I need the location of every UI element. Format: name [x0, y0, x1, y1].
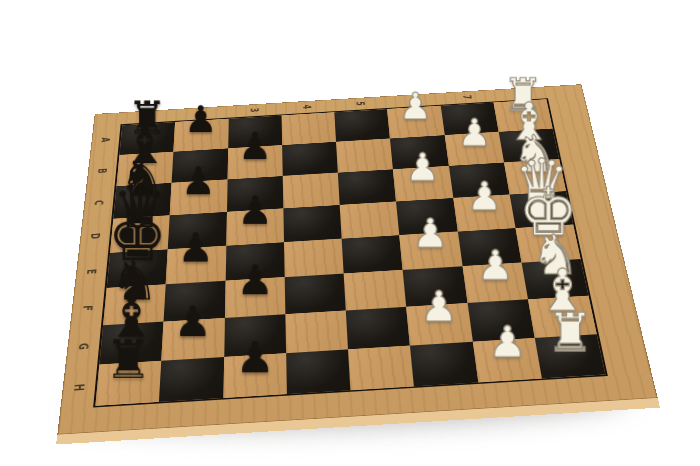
square-b3[interactable]: ♟ — [227, 145, 282, 179]
file-label-text-a: A — [99, 137, 112, 143]
black-pawn-b3[interactable]: ♟ — [221, 127, 289, 165]
white-rook-h8[interactable]: ♜ — [531, 306, 609, 359]
square-f3[interactable]: ♟ — [224, 277, 285, 318]
chess-board: 12345678 ABCDEFGH ♜♟♟♜♝♟♟♝♞♟♟♞♛♟♟♛♚♟♟♚♞♟… — [56, 84, 660, 444]
white-pawn-e6[interactable]: ♟ — [394, 213, 467, 253]
square-h4[interactable] — [286, 349, 351, 394]
rank-label-text-7: 7 — [460, 95, 473, 100]
square-d5[interactable] — [340, 201, 400, 238]
square-c6[interactable]: ♟ — [393, 166, 453, 202]
file-label-text-h: H — [71, 383, 87, 391]
black-pawn-f3[interactable]: ♟ — [218, 259, 292, 300]
rank-label-text-1: 1 — [141, 114, 154, 119]
board-grid: ♜♟♟♜♝♟♟♝♞♟♟♞♛♟♟♛♚♟♟♚♞♟♟♞♝♟♟♝♜♟♟♜ — [93, 98, 608, 407]
chess-board-scene: 12345678 ABCDEFGH ♜♟♟♜♝♟♟♝♞♟♟♞♛♟♟♛♚♟♟♚♞♟… — [56, 84, 660, 444]
rank-label-text-2: 2 — [195, 111, 208, 116]
rank-label-text-5: 5 — [354, 101, 367, 106]
square-h3[interactable]: ♟ — [223, 353, 287, 398]
square-d3[interactable]: ♟ — [226, 208, 284, 245]
square-g4[interactable] — [285, 311, 348, 354]
square-d4[interactable] — [283, 205, 342, 242]
square-a4[interactable] — [281, 112, 336, 145]
black-rook-h1[interactable]: ♜ — [90, 333, 168, 386]
white-pawn-c6[interactable]: ♟ — [388, 148, 457, 187]
square-h5[interactable] — [348, 346, 414, 391]
square-e6[interactable]: ♟ — [399, 231, 462, 270]
square-e4[interactable] — [284, 238, 344, 277]
square-c2[interactable]: ♟ — [170, 179, 227, 215]
rank-label-text-6: 6 — [407, 98, 420, 103]
rank-label-text-3: 3 — [248, 108, 261, 113]
rank-label-text-4: 4 — [301, 104, 314, 109]
square-f4[interactable] — [284, 274, 345, 315]
square-h8[interactable]: ♜ — [535, 334, 606, 378]
square-a2[interactable]: ♟ — [174, 119, 229, 152]
black-pawn-d3[interactable]: ♟ — [219, 190, 290, 229]
square-f5[interactable] — [344, 270, 407, 311]
square-c4[interactable] — [282, 173, 339, 209]
square-e2[interactable]: ♟ — [166, 246, 226, 285]
square-g2[interactable]: ♟ — [162, 318, 225, 361]
square-b4[interactable] — [282, 142, 338, 176]
square-b5[interactable] — [336, 138, 393, 172]
square-h2[interactable] — [159, 357, 224, 402]
square-g6[interactable]: ♟ — [406, 303, 472, 345]
square-h1[interactable]: ♜ — [95, 361, 161, 406]
square-a6[interactable]: ♟ — [387, 106, 444, 139]
white-pawn-g6[interactable]: ♟ — [401, 285, 477, 327]
black-pawn-h3[interactable]: ♟ — [216, 335, 294, 378]
file-label-text-b: B — [95, 168, 109, 174]
rank-label-text-8: 8 — [513, 91, 526, 96]
white-pawn-a6[interactable]: ♟ — [383, 88, 449, 125]
